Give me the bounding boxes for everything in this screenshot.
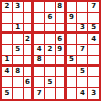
sudoku-empty-cell-r3c1[interactable] (2, 24, 13, 35)
sudoku-empty-cell-r6c9[interactable] (88, 56, 99, 67)
sudoku-given-cell-r4c9: 4 (88, 34, 99, 45)
sudoku-empty-cell-r9c5[interactable] (45, 88, 56, 99)
sudoku-given-cell-r5c5: 2 (45, 45, 56, 56)
sudoku-given-cell-r9c4: 7 (34, 88, 45, 99)
sudoku-empty-cell-r2c3[interactable] (24, 13, 35, 24)
sudoku-given-cell-r1c9: 7 (88, 2, 99, 13)
sudoku-given-cell-r7c2: 8 (13, 67, 24, 78)
sudoku-empty-cell-r9c6[interactable] (56, 88, 67, 99)
sudoku-empty-cell-r8c8[interactable] (77, 77, 88, 88)
sudoku-given-cell-r3c2: 1 (13, 24, 24, 35)
sudoku-empty-cell-r2c1[interactable] (2, 13, 13, 24)
sudoku-given-cell-r4c3: 2 (24, 34, 35, 45)
sudoku-given-cell-r9c8: 4 (77, 88, 88, 99)
sudoku-given-cell-r5c4: 4 (34, 45, 45, 56)
sudoku-empty-cell-r6c2[interactable] (13, 56, 24, 67)
sudoku-empty-cell-r9c7[interactable] (67, 88, 78, 99)
sudoku-empty-cell-r7c5[interactable] (45, 67, 56, 78)
sudoku-empty-cell-r2c2[interactable] (13, 13, 24, 24)
sudoku-empty-cell-r4c1[interactable] (2, 34, 13, 45)
sudoku-given-cell-r9c9: 3 (88, 88, 99, 99)
sudoku-given-cell-r1c6: 8 (56, 2, 67, 13)
sudoku-given-cell-r6c7: 5 (67, 56, 78, 67)
sudoku-empty-cell-r3c3[interactable] (24, 24, 35, 35)
sudoku-empty-cell-r7c6[interactable] (56, 67, 67, 78)
sudoku-board: 23876913526454297185485655743 (0, 0, 101, 101)
sudoku-empty-cell-r1c7[interactable] (67, 2, 78, 13)
sudoku-given-cell-r8c3: 6 (24, 77, 35, 88)
sudoku-given-cell-r6c1: 1 (2, 56, 13, 67)
sudoku-empty-cell-r6c3[interactable] (24, 56, 35, 67)
sudoku-empty-cell-r8c2[interactable] (13, 77, 24, 88)
sudoku-empty-cell-r8c9[interactable] (88, 77, 99, 88)
sudoku-given-cell-r5c8: 7 (77, 45, 88, 56)
sudoku-given-cell-r5c6: 9 (56, 45, 67, 56)
sudoku-given-cell-r1c2: 3 (13, 2, 24, 13)
sudoku-empty-cell-r3c5[interactable] (45, 24, 56, 35)
sudoku-empty-cell-r4c7[interactable] (67, 34, 78, 45)
sudoku-empty-cell-r8c4[interactable] (34, 77, 45, 88)
sudoku-empty-cell-r5c1[interactable] (2, 45, 13, 56)
sudoku-empty-cell-r2c8[interactable] (77, 13, 88, 24)
sudoku-empty-cell-r8c7[interactable] (67, 77, 78, 88)
sudoku-given-cell-r5c2: 5 (13, 45, 24, 56)
sudoku-empty-cell-r8c1[interactable] (2, 77, 13, 88)
sudoku-empty-cell-r6c8[interactable] (77, 56, 88, 67)
sudoku-empty-cell-r2c9[interactable] (88, 13, 99, 24)
sudoku-given-cell-r2c5: 6 (45, 13, 56, 24)
sudoku-empty-cell-r3c7[interactable] (67, 24, 78, 35)
sudoku-empty-cell-r5c3[interactable] (24, 45, 35, 56)
sudoku-empty-cell-r2c4[interactable] (34, 13, 45, 24)
sudoku-empty-cell-r6c5[interactable] (45, 56, 56, 67)
sudoku-empty-cell-r9c2[interactable] (13, 88, 24, 99)
sudoku-empty-cell-r5c7[interactable] (67, 45, 78, 56)
sudoku-empty-cell-r9c3[interactable] (24, 88, 35, 99)
sudoku-empty-cell-r2c6[interactable] (56, 13, 67, 24)
sudoku-empty-cell-r7c4[interactable] (34, 67, 45, 78)
sudoku-empty-cell-r4c2[interactable] (13, 34, 24, 45)
sudoku-empty-cell-r1c4[interactable] (34, 2, 45, 13)
sudoku-empty-cell-r1c3[interactable] (24, 2, 35, 13)
sudoku-given-cell-r9c1: 5 (2, 88, 13, 99)
sudoku-given-cell-r8c5: 5 (45, 77, 56, 88)
sudoku-empty-cell-r7c7[interactable] (67, 67, 78, 78)
sudoku-empty-cell-r4c4[interactable] (34, 34, 45, 45)
sudoku-given-cell-r4c6: 6 (56, 34, 67, 45)
sudoku-given-cell-r7c1: 4 (2, 67, 13, 78)
sudoku-given-cell-r3c8: 3 (77, 24, 88, 35)
sudoku-empty-cell-r4c8[interactable] (77, 34, 88, 45)
sudoku-given-cell-r7c8: 5 (77, 67, 88, 78)
sudoku-empty-cell-r1c8[interactable] (77, 2, 88, 13)
sudoku-empty-cell-r3c4[interactable] (34, 24, 45, 35)
sudoku-given-cell-r1c1: 2 (2, 2, 13, 13)
sudoku-empty-cell-r5c9[interactable] (88, 45, 99, 56)
sudoku-given-cell-r6c4: 8 (34, 56, 45, 67)
sudoku-empty-cell-r4c5[interactable] (45, 34, 56, 45)
sudoku-empty-cell-r8c6[interactable] (56, 77, 67, 88)
sudoku-empty-cell-r7c9[interactable] (88, 67, 99, 78)
sudoku-empty-cell-r1c5[interactable] (45, 2, 56, 13)
sudoku-empty-cell-r7c3[interactable] (24, 67, 35, 78)
sudoku-given-cell-r2c7: 9 (67, 13, 78, 24)
sudoku-empty-cell-r6c6[interactable] (56, 56, 67, 67)
sudoku-empty-cell-r3c6[interactable] (56, 24, 67, 35)
sudoku-given-cell-r3c9: 5 (88, 24, 99, 35)
